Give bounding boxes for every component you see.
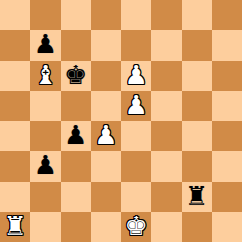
piece-black-pawn[interactable]: ♟ xyxy=(34,152,57,178)
square-b6[interactable]: ♝ xyxy=(30,61,60,91)
square-f3[interactable] xyxy=(151,151,181,181)
square-f4[interactable] xyxy=(151,121,181,151)
square-h1[interactable] xyxy=(212,212,242,242)
square-c3[interactable] xyxy=(61,151,91,181)
square-e6[interactable]: ♟ xyxy=(121,61,151,91)
square-b2[interactable] xyxy=(30,182,60,212)
square-b1[interactable] xyxy=(30,212,60,242)
square-b8[interactable] xyxy=(30,0,60,30)
piece-white-king[interactable]: ♚ xyxy=(124,213,147,239)
piece-black-pawn[interactable]: ♟ xyxy=(34,31,57,57)
square-a3[interactable] xyxy=(0,151,30,181)
piece-black-rook[interactable]: ♜ xyxy=(185,183,208,209)
square-g2[interactable]: ♜ xyxy=(182,182,212,212)
square-d8[interactable] xyxy=(91,0,121,30)
square-f7[interactable] xyxy=(151,30,181,60)
square-d7[interactable] xyxy=(91,30,121,60)
square-c1[interactable] xyxy=(61,212,91,242)
square-h7[interactable] xyxy=(212,30,242,60)
square-c6[interactable]: ♚ xyxy=(61,61,91,91)
square-a5[interactable] xyxy=(0,91,30,121)
square-c5[interactable] xyxy=(61,91,91,121)
square-a7[interactable] xyxy=(0,30,30,60)
square-d5[interactable] xyxy=(91,91,121,121)
square-d1[interactable] xyxy=(91,212,121,242)
square-c2[interactable] xyxy=(61,182,91,212)
square-e2[interactable] xyxy=(121,182,151,212)
piece-black-pawn[interactable]: ♟ xyxy=(64,122,87,148)
square-h4[interactable] xyxy=(212,121,242,151)
piece-white-pawn[interactable]: ♟ xyxy=(124,92,147,118)
square-h6[interactable] xyxy=(212,61,242,91)
square-f8[interactable] xyxy=(151,0,181,30)
square-g1[interactable] xyxy=(182,212,212,242)
square-g6[interactable] xyxy=(182,61,212,91)
square-h3[interactable] xyxy=(212,151,242,181)
square-a1[interactable]: ♜ xyxy=(0,212,30,242)
square-g8[interactable] xyxy=(182,0,212,30)
piece-black-king[interactable]: ♚ xyxy=(64,62,87,88)
square-f5[interactable] xyxy=(151,91,181,121)
square-e1[interactable]: ♚ xyxy=(121,212,151,242)
piece-white-pawn[interactable]: ♟ xyxy=(94,122,117,148)
piece-white-pawn[interactable]: ♟ xyxy=(124,62,147,88)
square-e5[interactable]: ♟ xyxy=(121,91,151,121)
square-f1[interactable] xyxy=(151,212,181,242)
square-c7[interactable] xyxy=(61,30,91,60)
square-d3[interactable] xyxy=(91,151,121,181)
square-a6[interactable] xyxy=(0,61,30,91)
square-g7[interactable] xyxy=(182,30,212,60)
square-h2[interactable] xyxy=(212,182,242,212)
square-b3[interactable]: ♟ xyxy=(30,151,60,181)
square-b7[interactable]: ♟ xyxy=(30,30,60,60)
chess-board: ♟♝♚♟♟♟♟♟♜♜♚ xyxy=(0,0,242,242)
square-a4[interactable] xyxy=(0,121,30,151)
square-a8[interactable] xyxy=(0,0,30,30)
square-a2[interactable] xyxy=(0,182,30,212)
square-c4[interactable]: ♟ xyxy=(61,121,91,151)
square-h5[interactable] xyxy=(212,91,242,121)
square-h8[interactable] xyxy=(212,0,242,30)
square-f2[interactable] xyxy=(151,182,181,212)
square-d4[interactable]: ♟ xyxy=(91,121,121,151)
square-g5[interactable] xyxy=(182,91,212,121)
square-e8[interactable] xyxy=(121,0,151,30)
piece-white-rook[interactable]: ♜ xyxy=(3,213,26,239)
square-d6[interactable] xyxy=(91,61,121,91)
square-e4[interactable] xyxy=(121,121,151,151)
square-e7[interactable] xyxy=(121,30,151,60)
square-d2[interactable] xyxy=(91,182,121,212)
square-g4[interactable] xyxy=(182,121,212,151)
square-e3[interactable] xyxy=(121,151,151,181)
square-b4[interactable] xyxy=(30,121,60,151)
square-f6[interactable] xyxy=(151,61,181,91)
square-g3[interactable] xyxy=(182,151,212,181)
piece-white-bishop[interactable]: ♝ xyxy=(34,62,57,88)
square-b5[interactable] xyxy=(30,91,60,121)
square-c8[interactable] xyxy=(61,0,91,30)
